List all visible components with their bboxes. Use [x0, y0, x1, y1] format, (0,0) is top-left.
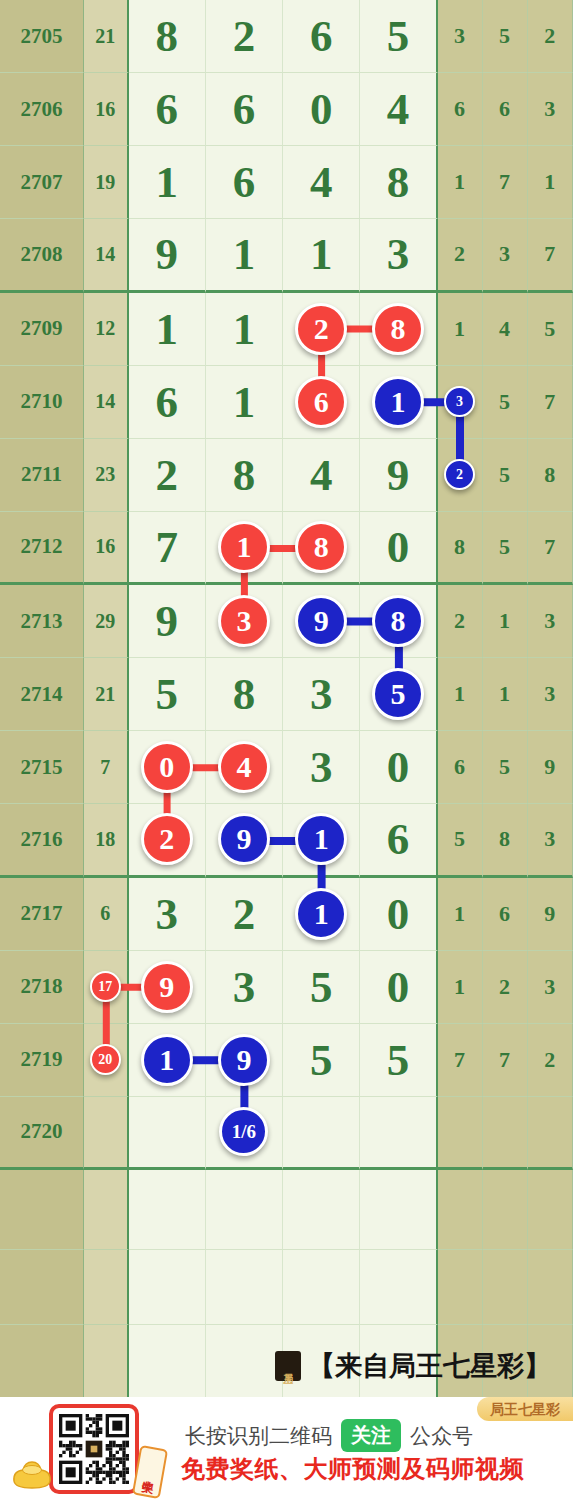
- cell-2709-sum: 12: [84, 293, 129, 366]
- cell-2707-draw: 2707: [0, 146, 84, 219]
- cell-2719-m2: 5: [283, 1024, 360, 1097]
- cell-empty16-m1: [206, 1170, 283, 1250]
- cell-2713-sum: 29: [84, 585, 129, 658]
- mark-2710-t0: 3: [444, 386, 475, 417]
- mark-2709-m2: 2: [295, 303, 347, 355]
- cell-2706-t1: 6: [483, 73, 528, 146]
- cell-2708-t1: 3: [483, 219, 528, 292]
- cell-2705-sum: 21: [84, 0, 129, 73]
- cell-empty17-t2: [528, 1250, 573, 1325]
- cell-2713-m0: 9: [129, 585, 206, 658]
- mark-2716-m0: 2: [141, 813, 193, 865]
- cell-2716-draw: 2716: [0, 804, 84, 877]
- cell-empty18-m0: [129, 1325, 206, 1397]
- attribution: 局王 【来自局王七星彩】: [275, 1348, 551, 1384]
- cell-empty17-m3: [360, 1250, 437, 1325]
- cell-2718-t2: 3: [528, 951, 573, 1024]
- cell-2706-m1: 6: [206, 73, 283, 146]
- promo-text: 免费奖纸、大师预测及码师视频: [181, 1453, 524, 1485]
- cell-2713-m1: 3: [206, 585, 283, 658]
- gold-ingot-icon: [10, 1457, 54, 1495]
- cell-empty17-m1: [206, 1250, 283, 1325]
- cell-2715-t0: 6: [438, 731, 483, 804]
- cell-2718-t1: 2: [483, 951, 528, 1024]
- cell-2711-m1: 8: [206, 439, 283, 512]
- cell-empty17-m2: [283, 1250, 360, 1325]
- cell-empty16-m0: [129, 1170, 206, 1250]
- cell-2718-m2: 5: [283, 951, 360, 1024]
- cell-2719-sum: 20: [84, 1024, 129, 1097]
- cell-2709-t1: 4: [483, 293, 528, 366]
- cell-2712-t0: 8: [438, 512, 483, 585]
- cell-2710-m3: 1: [360, 366, 437, 439]
- cell-2708-draw: 2708: [0, 219, 84, 292]
- cell-2706-m0: 6: [129, 73, 206, 146]
- cell-2714-t2: 3: [528, 658, 573, 731]
- mark-2720-m1: 1/6: [219, 1107, 268, 1156]
- cell-2713-t1: 1: [483, 585, 528, 658]
- mark-2719-sum: 20: [90, 1044, 121, 1075]
- cell-2707-t0: 1: [438, 146, 483, 219]
- cell-2709-m3: 8: [360, 293, 437, 366]
- cell-2719-m1: 9: [206, 1024, 283, 1097]
- cell-empty17-t1: [483, 1250, 528, 1325]
- cell-2718-sum: 17: [84, 951, 129, 1024]
- cell-2707-m1: 6: [206, 146, 283, 219]
- cell-2705-t2: 2: [528, 0, 573, 73]
- mark-2710-m2: 6: [295, 376, 347, 428]
- cell-2708-t2: 7: [528, 219, 573, 292]
- mark-2713-m2: 9: [295, 595, 347, 647]
- mark-2716-m1: 9: [218, 813, 270, 865]
- cell-2713-m2: 9: [283, 585, 360, 658]
- attribution-text: 【来自局王七星彩】: [308, 1348, 551, 1384]
- mark-2713-m3: 8: [372, 595, 424, 647]
- cell-2707-m2: 4: [283, 146, 360, 219]
- cell-2714-t0: 1: [438, 658, 483, 731]
- qr-pattern: [59, 1414, 129, 1484]
- cell-empty17-m0: [129, 1250, 206, 1325]
- cell-2708-m3: 3: [360, 219, 437, 292]
- cell-2706-t2: 3: [528, 73, 573, 146]
- cell-2709-draw: 2709: [0, 293, 84, 366]
- cell-2718-m0: 9: [129, 951, 206, 1024]
- cell-2711-sum: 23: [84, 439, 129, 512]
- cell-2719-t0: 7: [438, 1024, 483, 1097]
- cell-2705-m0: 8: [129, 0, 206, 73]
- cell-2712-m0: 7: [129, 512, 206, 585]
- cell-2717-m1: 2: [206, 878, 283, 951]
- cell-2706-draw: 2706: [0, 73, 84, 146]
- cell-2705-draw: 2705: [0, 0, 84, 73]
- cell-2714-m1: 8: [206, 658, 283, 731]
- cell-2714-sum: 21: [84, 658, 129, 731]
- cell-empty18-m1: [206, 1325, 283, 1397]
- cell-2714-draw: 2714: [0, 658, 84, 731]
- cell-2706-m2: 0: [283, 73, 360, 146]
- cell-2716-m2: 1: [283, 804, 360, 877]
- mark-2713-m1: 3: [218, 595, 270, 647]
- cell-2717-m3: 0: [360, 878, 437, 951]
- cell-2710-draw: 2710: [0, 366, 84, 439]
- cell-2717-t1: 6: [483, 878, 528, 951]
- cell-empty17-sum: [84, 1250, 129, 1325]
- cell-2715-m0: 0: [129, 731, 206, 804]
- cell-2710-t2: 7: [528, 366, 573, 439]
- cell-2718-m3: 0: [360, 951, 437, 1024]
- mark-2716-m2: 1: [295, 813, 347, 865]
- footer-line1: 长按识别二维码 关注 公众号: [185, 1419, 473, 1452]
- cell-2714-m0: 5: [129, 658, 206, 731]
- cell-2715-sum: 7: [84, 731, 129, 804]
- cell-empty16-m2: [283, 1170, 360, 1250]
- cell-2716-t1: 8: [483, 804, 528, 877]
- cell-2720-t1: [483, 1097, 528, 1170]
- cell-2715-t1: 5: [483, 731, 528, 804]
- cell-2715-t2: 9: [528, 731, 573, 804]
- cell-2711-t0: 2: [438, 439, 483, 512]
- cell-2709-m0: 1: [129, 293, 206, 366]
- cell-2708-m2: 1: [283, 219, 360, 292]
- cell-empty16-t0: [438, 1170, 483, 1250]
- mark-2715-m0: 0: [141, 741, 193, 793]
- cell-2711-m2: 4: [283, 439, 360, 512]
- cell-2719-draw: 2719: [0, 1024, 84, 1097]
- cell-2712-m3: 0: [360, 512, 437, 585]
- cell-2713-t2: 3: [528, 585, 573, 658]
- mark-2710-m3: 1: [372, 376, 424, 428]
- cell-2708-m0: 9: [129, 219, 206, 292]
- cell-2719-t1: 7: [483, 1024, 528, 1097]
- qr-code[interactable]: [49, 1404, 139, 1494]
- mark-2711-t0: 2: [444, 459, 475, 490]
- cell-2716-m0: 2: [129, 804, 206, 877]
- cell-2711-m0: 2: [129, 439, 206, 512]
- cell-2715-draw: 2715: [0, 731, 84, 804]
- mark-2718-m0: 9: [141, 961, 193, 1013]
- cell-2710-m1: 1: [206, 366, 283, 439]
- cell-2713-draw: 2713: [0, 585, 84, 658]
- mark-2717-m2: 1: [295, 888, 347, 940]
- cell-2711-draw: 2711: [0, 439, 84, 512]
- follow-button[interactable]: 关注: [341, 1419, 401, 1452]
- cell-2716-sum: 18: [84, 804, 129, 877]
- cell-2717-sum: 6: [84, 878, 129, 951]
- cell-empty17-draw: [0, 1250, 84, 1325]
- mark-2709-m3: 8: [372, 303, 424, 355]
- cell-2716-m1: 9: [206, 804, 283, 877]
- winning-ticket-label: 中奖: [141, 1470, 158, 1475]
- cell-2712-m1: 1: [206, 512, 283, 585]
- mark-2718-sum: 17: [90, 971, 121, 1002]
- cell-2709-t0: 1: [438, 293, 483, 366]
- juwang-logo: 局王: [275, 1351, 301, 1381]
- cell-2707-sum: 19: [84, 146, 129, 219]
- cell-2713-m3: 8: [360, 585, 437, 658]
- cell-2712-t1: 5: [483, 512, 528, 585]
- cell-2720-m0: [129, 1097, 206, 1170]
- cell-2720-draw: 2720: [0, 1097, 84, 1170]
- cell-2719-t2: 2: [528, 1024, 573, 1097]
- cell-2720-m1: 1/6: [206, 1097, 283, 1170]
- cell-empty16-t2: [528, 1170, 573, 1250]
- mark-2714-m3: 5: [372, 668, 424, 720]
- cell-2711-m3: 9: [360, 439, 437, 512]
- cell-2711-t2: 8: [528, 439, 573, 512]
- cell-2718-t0: 1: [438, 951, 483, 1024]
- cell-empty17-t0: [438, 1250, 483, 1325]
- cell-2707-t1: 7: [483, 146, 528, 219]
- cell-2719-m3: 5: [360, 1024, 437, 1097]
- cell-2717-draw: 2717: [0, 878, 84, 951]
- lottery-trend-screenshot: 2705218265352270616660466327071916481712…: [0, 0, 573, 1500]
- scan-instruction-text: 长按识别二维码: [185, 1422, 332, 1450]
- cell-2707-t2: 1: [528, 146, 573, 219]
- account-text: 公众号: [410, 1422, 473, 1450]
- mark-2715-m1: 4: [218, 741, 270, 793]
- footer-banner: 局王七星彩 中奖 长按识别二维码 关注 公众号 免费奖纸、大师预测及码师视频: [0, 1397, 573, 1500]
- cell-2705-m2: 6: [283, 0, 360, 73]
- cell-2717-t2: 9: [528, 878, 573, 951]
- cell-2707-m3: 8: [360, 146, 437, 219]
- trend-board: 2705218265352270616660466327071916481712…: [0, 0, 573, 1397]
- cell-2714-t1: 1: [483, 658, 528, 731]
- cell-2720-t0: [438, 1097, 483, 1170]
- cell-2706-sum: 16: [84, 73, 129, 146]
- cell-2716-t0: 5: [438, 804, 483, 877]
- cell-2720-t2: [528, 1097, 573, 1170]
- brand-tab: 局王七星彩: [477, 1397, 573, 1421]
- cell-2715-m1: 4: [206, 731, 283, 804]
- cell-2719-m0: 1: [129, 1024, 206, 1097]
- mark-2719-m1: 9: [218, 1034, 270, 1086]
- cell-2717-t0: 1: [438, 878, 483, 951]
- cell-2707-m0: 1: [129, 146, 206, 219]
- cell-2720-sum: [84, 1097, 129, 1170]
- cell-2712-t2: 7: [528, 512, 573, 585]
- cell-empty16-draw: [0, 1170, 84, 1250]
- cell-2709-t2: 5: [528, 293, 573, 366]
- cell-2708-t0: 2: [438, 219, 483, 292]
- mark-2719-m0: 1: [141, 1034, 193, 1086]
- cell-2720-m2: [283, 1097, 360, 1170]
- mark-2712-m2: 8: [295, 521, 347, 573]
- cell-2710-t0: 3: [438, 366, 483, 439]
- cell-2710-t1: 5: [483, 366, 528, 439]
- cell-empty16-m3: [360, 1170, 437, 1250]
- cell-empty16-sum: [84, 1170, 129, 1250]
- cell-2718-m1: 3: [206, 951, 283, 1024]
- cell-2716-t2: 3: [528, 804, 573, 877]
- cell-2716-m3: 6: [360, 804, 437, 877]
- cell-empty18-sum: [84, 1325, 129, 1397]
- cell-2706-t0: 6: [438, 73, 483, 146]
- cell-2708-m1: 1: [206, 219, 283, 292]
- cell-2720-m3: [360, 1097, 437, 1170]
- cell-2705-t1: 5: [483, 0, 528, 73]
- cell-2711-t1: 5: [483, 439, 528, 512]
- cell-2714-m3: 5: [360, 658, 437, 731]
- cell-2710-sum: 14: [84, 366, 129, 439]
- cell-2715-m3: 0: [360, 731, 437, 804]
- cell-2712-m2: 8: [283, 512, 360, 585]
- cell-2709-m1: 1: [206, 293, 283, 366]
- cell-2710-m0: 6: [129, 366, 206, 439]
- cell-2717-m0: 3: [129, 878, 206, 951]
- cell-2706-m3: 4: [360, 73, 437, 146]
- cell-2717-m2: 1: [283, 878, 360, 951]
- cell-2713-t0: 2: [438, 585, 483, 658]
- cell-2709-m2: 2: [283, 293, 360, 366]
- cell-2712-draw: 2712: [0, 512, 84, 585]
- cell-2715-m2: 3: [283, 731, 360, 804]
- cell-empty16-t1: [483, 1170, 528, 1250]
- cell-2705-t0: 3: [438, 0, 483, 73]
- cell-2705-m3: 5: [360, 0, 437, 73]
- cell-2718-draw: 2718: [0, 951, 84, 1024]
- cell-2705-m1: 2: [206, 0, 283, 73]
- cell-2712-sum: 16: [84, 512, 129, 585]
- cell-2708-sum: 14: [84, 219, 129, 292]
- cell-2714-m2: 3: [283, 658, 360, 731]
- mark-2712-m1: 1: [218, 521, 270, 573]
- cell-2710-m2: 6: [283, 366, 360, 439]
- cell-empty18-draw: [0, 1325, 84, 1397]
